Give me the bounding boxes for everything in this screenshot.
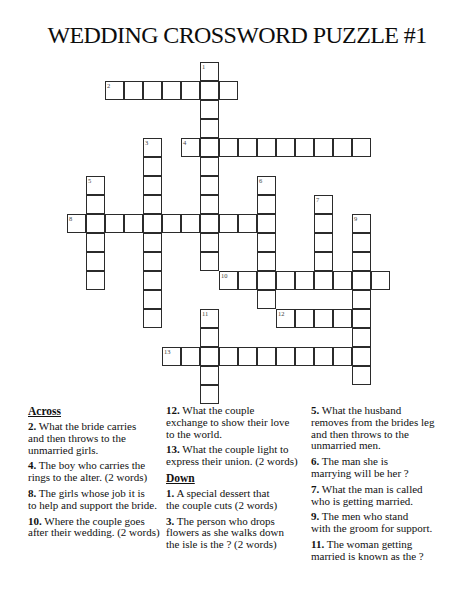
grid-cell[interactable] xyxy=(200,214,219,233)
clue-1: 1. A special dessert that the couple cut… xyxy=(166,488,318,512)
grid-cell[interactable] xyxy=(352,328,371,347)
clue-10: 10. Where the couple goes after their we… xyxy=(28,516,166,540)
grid-cell[interactable] xyxy=(86,233,105,252)
grid-cell[interactable] xyxy=(352,309,371,328)
cell-number: 8 xyxy=(69,215,72,222)
grid-cell[interactable] xyxy=(162,81,181,100)
cell-number: 12 xyxy=(278,310,285,317)
page: WEDDING CROSSWORD PUZZLE #1 123456789101… xyxy=(0,0,474,613)
clue-section-header: Across xyxy=(28,405,166,417)
grid-cell[interactable] xyxy=(352,138,371,157)
grid-cell[interactable] xyxy=(181,214,200,233)
cell-number: 4 xyxy=(183,139,186,146)
grid-cell[interactable] xyxy=(200,119,219,138)
grid-cell[interactable] xyxy=(314,347,333,366)
clue-number: 10. xyxy=(28,515,42,527)
grid-cell[interactable] xyxy=(219,347,238,366)
grid-cell[interactable]: 10 xyxy=(219,271,238,290)
grid-cell[interactable] xyxy=(314,309,333,328)
clue-number: 1. xyxy=(166,487,174,499)
grid-cell[interactable]: 9 xyxy=(352,214,371,233)
grid-cell[interactable] xyxy=(238,271,257,290)
grid-cell[interactable]: 3 xyxy=(143,138,162,157)
grid-cell[interactable] xyxy=(200,366,219,385)
clue-number: 4. xyxy=(28,459,36,471)
grid-cell[interactable] xyxy=(314,138,333,157)
clue-number: 6. xyxy=(311,455,319,467)
grid-cell[interactable] xyxy=(219,81,238,100)
clue-number: 5. xyxy=(311,404,319,416)
grid-cell[interactable]: 1 xyxy=(200,62,219,81)
clue-6: 6. The man she is marrying will be her ? xyxy=(311,456,445,480)
grid-cell[interactable] xyxy=(295,347,314,366)
grid-cell[interactable] xyxy=(257,214,276,233)
grid-cell[interactable] xyxy=(86,195,105,214)
clue-number: 7. xyxy=(311,483,319,495)
cell-number: 5 xyxy=(88,177,91,184)
clue-number: 2. xyxy=(28,420,36,432)
grid-cell[interactable] xyxy=(200,252,219,271)
grid-cell[interactable] xyxy=(105,214,124,233)
grid-cell[interactable] xyxy=(295,138,314,157)
grid-cell[interactable] xyxy=(333,309,352,328)
grid-cell[interactable] xyxy=(238,347,257,366)
clue-number: 13. xyxy=(166,443,180,455)
grid-cell[interactable] xyxy=(314,233,333,252)
grid-cell[interactable] xyxy=(124,81,143,100)
grid-cell[interactable] xyxy=(181,81,200,100)
grid-cell[interactable] xyxy=(86,252,105,271)
grid-cell[interactable] xyxy=(143,309,162,328)
cell-number: 6 xyxy=(259,177,262,184)
grid-cell[interactable] xyxy=(276,138,295,157)
grid-cell[interactable] xyxy=(352,366,371,385)
grid-cell[interactable] xyxy=(352,290,371,309)
crossword-grid: 12345678910111213 xyxy=(67,62,390,404)
grid-cell[interactable] xyxy=(257,195,276,214)
grid-cell[interactable]: 13 xyxy=(162,347,181,366)
grid-cell[interactable] xyxy=(143,271,162,290)
clue-column-middle: 12. What the couple exchange to show the… xyxy=(166,405,318,555)
grid-cell[interactable] xyxy=(333,271,352,290)
clue-column-right: 5. What the husband removes from the bri… xyxy=(311,405,445,567)
grid-cell[interactable] xyxy=(143,176,162,195)
grid-cell[interactable] xyxy=(295,309,314,328)
grid-cell[interactable] xyxy=(333,347,352,366)
grid-cell[interactable] xyxy=(200,347,219,366)
cell-number: 9 xyxy=(354,215,357,222)
grid-cell[interactable] xyxy=(238,214,257,233)
grid-cell[interactable]: 8 xyxy=(67,214,86,233)
grid-cell[interactable] xyxy=(200,138,219,157)
grid-cell[interactable] xyxy=(352,233,371,252)
grid-cell[interactable]: 6 xyxy=(257,176,276,195)
cell-number: 11 xyxy=(202,310,208,317)
clue-9: 9. The men who stand with the groom for … xyxy=(311,511,445,535)
grid-cell[interactable] xyxy=(86,214,105,233)
grid-cell[interactable] xyxy=(200,81,219,100)
grid-cell[interactable] xyxy=(200,157,219,176)
grid-cell[interactable] xyxy=(200,195,219,214)
grid-cell[interactable] xyxy=(352,252,371,271)
clue-column-left: Across2. What the bride carries and then… xyxy=(28,405,166,543)
grid-cell[interactable] xyxy=(257,252,276,271)
clue-8: 8. The girls whose job it is to help and… xyxy=(28,488,166,512)
clue-number: 12. xyxy=(166,404,180,416)
cell-number: 13 xyxy=(164,348,171,355)
grid-cell[interactable]: 2 xyxy=(105,81,124,100)
grid-cell[interactable] xyxy=(257,271,276,290)
grid-cell[interactable] xyxy=(314,271,333,290)
grid-cell[interactable] xyxy=(143,233,162,252)
grid-cell[interactable] xyxy=(143,157,162,176)
grid-cell[interactable] xyxy=(200,176,219,195)
grid-cell[interactable] xyxy=(276,347,295,366)
grid-cell[interactable]: 5 xyxy=(86,176,105,195)
grid-cell[interactable] xyxy=(238,138,257,157)
grid-cell[interactable] xyxy=(314,214,333,233)
grid-cell[interactable] xyxy=(124,214,143,233)
grid-cell[interactable] xyxy=(143,81,162,100)
grid-cell[interactable]: 7 xyxy=(314,195,333,214)
puzzle-title: WEDDING CROSSWORD PUZZLE #1 xyxy=(0,22,474,48)
grid-cell[interactable] xyxy=(371,271,390,290)
cell-number: 1 xyxy=(202,63,205,70)
grid-cell[interactable] xyxy=(219,214,238,233)
cell-number: 2 xyxy=(107,82,110,89)
clue-number: 9. xyxy=(311,510,319,522)
clue-2: 2. What the bride carries and then throw… xyxy=(28,421,166,456)
grid-cell[interactable]: 12 xyxy=(276,309,295,328)
grid-cell[interactable] xyxy=(257,290,276,309)
grid-cell[interactable] xyxy=(143,195,162,214)
grid-cell[interactable] xyxy=(143,290,162,309)
clue-5: 5. What the husband removes from the bri… xyxy=(311,405,445,452)
grid-cell[interactable]: 11 xyxy=(200,309,219,328)
grid-cell[interactable]: 4 xyxy=(181,138,200,157)
clue-7: 7. What the man is called who is getting… xyxy=(311,484,445,508)
clue-3: 3. The person who drops flowers as she w… xyxy=(166,516,318,551)
grid-cell[interactable] xyxy=(143,214,162,233)
grid-cell[interactable] xyxy=(352,347,371,366)
grid-cell[interactable] xyxy=(181,347,200,366)
clue-13: 13. What the couple light to express the… xyxy=(166,444,318,468)
grid-cell[interactable] xyxy=(314,252,333,271)
cell-number: 10 xyxy=(221,272,228,279)
cell-number: 7 xyxy=(316,196,319,203)
grid-cell[interactable] xyxy=(257,233,276,252)
grid-cell[interactable] xyxy=(219,138,238,157)
grid-cell[interactable] xyxy=(295,271,314,290)
grid-cell[interactable] xyxy=(276,271,295,290)
cell-number: 3 xyxy=(145,139,148,146)
grid-cell[interactable] xyxy=(200,385,219,404)
grid-cell[interactable] xyxy=(162,214,181,233)
clue-number: 11. xyxy=(311,538,324,550)
grid-cell[interactable] xyxy=(200,233,219,252)
grid-cell[interactable] xyxy=(143,252,162,271)
clue-11: 11. The woman getting married is known a… xyxy=(311,539,445,563)
clue-number: 8. xyxy=(28,487,36,499)
clue-section-header: Down xyxy=(166,472,318,484)
grid-cell[interactable] xyxy=(86,271,105,290)
grid-cell[interactable] xyxy=(200,328,219,347)
grid-cell[interactable] xyxy=(257,347,276,366)
grid-cell[interactable] xyxy=(200,100,219,119)
clue-12: 12. What the couple exchange to show the… xyxy=(166,405,318,440)
clue-number: 3. xyxy=(166,515,174,527)
grid-cell[interactable] xyxy=(333,138,352,157)
grid-cell[interactable] xyxy=(257,138,276,157)
grid-cell[interactable] xyxy=(352,271,371,290)
clue-4: 4. The boy who carries the rings to the … xyxy=(28,460,166,484)
